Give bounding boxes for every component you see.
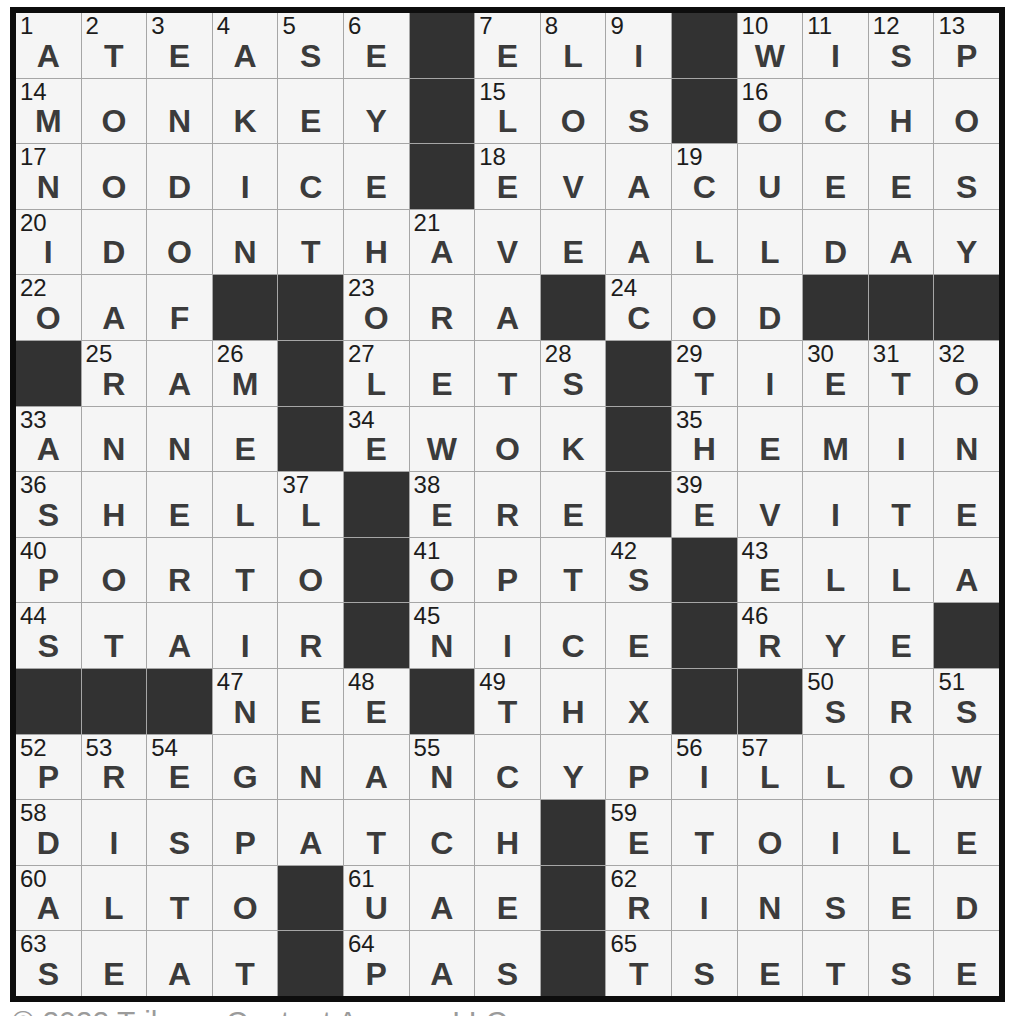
grid-cell[interactable]: 1A: [16, 13, 81, 78]
grid-cell[interactable]: O: [82, 79, 147, 144]
grid-cell[interactable]: S: [672, 931, 737, 996]
cell-number: 57: [742, 736, 769, 760]
cell-number: 25: [86, 342, 113, 366]
grid-cell[interactable]: 38E: [410, 472, 475, 537]
cell-letter: E: [344, 433, 409, 465]
grid-cell[interactable]: 63S: [16, 931, 81, 996]
grid-cell[interactable]: O: [869, 735, 934, 800]
grid-cell[interactable]: E: [82, 931, 147, 996]
grid-cell[interactable]: Y: [803, 603, 868, 668]
cell-letter: E: [606, 827, 671, 859]
grid-cell[interactable]: 29T: [672, 341, 737, 406]
cell-letter: D: [82, 236, 147, 268]
cell-letter: L: [738, 236, 803, 268]
cell-letter: H: [672, 433, 737, 465]
cell-letter: C: [278, 171, 343, 203]
grid-cell[interactable]: 30E: [803, 341, 868, 406]
grid-cell[interactable]: O: [738, 800, 803, 865]
grid-cell[interactable]: E: [869, 866, 934, 931]
grid-cell[interactable]: S: [803, 866, 868, 931]
cell-letter: O: [738, 827, 803, 859]
grid-cell[interactable]: D: [934, 866, 999, 931]
grid-cell[interactable]: E: [738, 931, 803, 996]
grid-cell[interactable]: 31T: [869, 341, 934, 406]
grid-cell[interactable]: 43E: [738, 538, 803, 603]
cell-letter: P: [213, 827, 278, 859]
cell-number: 23: [348, 276, 375, 300]
block-cell: [16, 669, 81, 734]
grid-cell[interactable]: O: [213, 866, 278, 931]
grid-cell[interactable]: D: [803, 210, 868, 275]
grid-cell[interactable]: E: [803, 144, 868, 209]
cell-letter: E: [213, 433, 278, 465]
grid-cell[interactable]: O: [82, 144, 147, 209]
grid-cell[interactable]: 35H: [672, 407, 737, 472]
grid-cell[interactable]: E: [541, 210, 606, 275]
grid-cell[interactable]: E: [278, 669, 343, 734]
grid-cell[interactable]: 13P: [934, 13, 999, 78]
cell-letter: O: [869, 761, 934, 793]
grid-cell[interactable]: A: [606, 210, 671, 275]
grid-cell[interactable]: H: [541, 669, 606, 734]
cell-letter: O: [934, 368, 999, 400]
block-cell: [344, 538, 409, 603]
grid-cell[interactable]: W: [934, 735, 999, 800]
cell-number: 54: [151, 736, 178, 760]
grid-cell[interactable]: N: [82, 407, 147, 472]
cell-letter: K: [213, 105, 278, 137]
cell-letter: K: [541, 433, 606, 465]
grid-cell[interactable]: R: [410, 275, 475, 340]
grid-cell[interactable]: O: [541, 79, 606, 144]
grid-cell[interactable]: N: [147, 79, 212, 144]
cell-letter: E: [803, 368, 868, 400]
cell-letter: O: [147, 236, 212, 268]
cell-letter: P: [606, 761, 671, 793]
cell-number: 37: [282, 473, 309, 497]
cell-number: 12: [873, 14, 900, 38]
grid-cell[interactable]: A: [344, 735, 409, 800]
cell-number: 14: [20, 80, 47, 104]
grid-cell[interactable]: T: [213, 931, 278, 996]
grid-cell[interactable]: H: [82, 472, 147, 537]
grid-cell[interactable]: P: [606, 735, 671, 800]
cell-number: 65: [610, 932, 637, 956]
cell-letter: Y: [541, 761, 606, 793]
grid-cell[interactable]: E: [475, 866, 540, 931]
grid-cell[interactable]: A: [606, 144, 671, 209]
grid-cell[interactable]: 46R: [738, 603, 803, 668]
grid-cell[interactable]: O: [82, 538, 147, 603]
cell-letter: T: [82, 40, 147, 72]
grid-cell[interactable]: L: [803, 538, 868, 603]
grid-cell[interactable]: A: [147, 603, 212, 668]
cell-letter: E: [738, 564, 803, 596]
grid-cell[interactable]: E: [147, 472, 212, 537]
grid-cell[interactable]: 40P: [16, 538, 81, 603]
cell-letter: A: [410, 892, 475, 924]
grid-cell[interactable]: E: [934, 931, 999, 996]
grid-cell[interactable]: 7E: [475, 13, 540, 78]
grid-cell[interactable]: A: [278, 800, 343, 865]
grid-cell[interactable]: 9I: [606, 13, 671, 78]
grid-cell[interactable]: 39E: [672, 472, 737, 537]
grid-cell[interactable]: T: [278, 210, 343, 275]
cell-letter: R: [82, 368, 147, 400]
grid-cell[interactable]: 20I: [16, 210, 81, 275]
grid-cell[interactable]: S: [934, 144, 999, 209]
cell-number: 10: [742, 14, 769, 38]
grid-cell[interactable]: L: [213, 472, 278, 537]
grid-cell[interactable]: I: [672, 866, 737, 931]
cell-letter: S: [606, 564, 671, 596]
grid-cell[interactable]: A: [410, 931, 475, 996]
block-cell: [82, 669, 147, 734]
grid-cell[interactable]: 8L: [541, 13, 606, 78]
grid-cell[interactable]: E: [606, 603, 671, 668]
cell-number: 27: [348, 342, 375, 366]
cell-letter: E: [803, 171, 868, 203]
grid-cell[interactable]: H: [475, 800, 540, 865]
grid-cell[interactable]: 10W: [738, 13, 803, 78]
grid-cell[interactable]: O: [147, 210, 212, 275]
grid-cell[interactable]: E: [213, 407, 278, 472]
grid-cell[interactable]: I: [475, 603, 540, 668]
grid-cell[interactable]: Y: [344, 79, 409, 144]
grid-cell[interactable]: 18E: [475, 144, 540, 209]
grid-cell[interactable]: 14M: [16, 79, 81, 144]
cell-letter: A: [82, 302, 147, 334]
cell-letter: U: [344, 892, 409, 924]
grid-cell[interactable]: G: [213, 735, 278, 800]
grid-cell[interactable]: 55N: [410, 735, 475, 800]
grid-cell[interactable]: T: [475, 341, 540, 406]
grid-cell[interactable]: T: [213, 538, 278, 603]
cell-number: 42: [610, 539, 637, 563]
cell-number: 34: [348, 408, 375, 432]
grid-cell[interactable]: U: [738, 144, 803, 209]
grid-cell[interactable]: W: [410, 407, 475, 472]
grid-cell[interactable]: 24C: [606, 275, 671, 340]
grid-cell[interactable]: 11I: [803, 13, 868, 78]
block-cell: [606, 472, 671, 537]
grid-cell[interactable]: O: [934, 79, 999, 144]
grid-cell[interactable]: H: [869, 79, 934, 144]
cell-letter: E: [934, 827, 999, 859]
grid-cell[interactable]: N: [278, 735, 343, 800]
grid-cell[interactable]: L: [672, 210, 737, 275]
grid-cell[interactable]: 34E: [344, 407, 409, 472]
grid-cell[interactable]: 22O: [16, 275, 81, 340]
grid-cell[interactable]: N: [738, 866, 803, 931]
cell-number: 47: [217, 670, 244, 694]
grid-cell[interactable]: V: [475, 210, 540, 275]
cell-letter: T: [344, 827, 409, 859]
grid-cell[interactable]: K: [213, 79, 278, 144]
grid-cell[interactable]: E: [541, 472, 606, 537]
grid-cell[interactable]: H: [344, 210, 409, 275]
grid-cell[interactable]: E: [869, 144, 934, 209]
grid-cell[interactable]: 17N: [16, 144, 81, 209]
grid-cell[interactable]: D: [147, 144, 212, 209]
grid-cell[interactable]: C: [278, 144, 343, 209]
grid-cell[interactable]: 51S: [934, 669, 999, 734]
grid-cell[interactable]: 26M: [213, 341, 278, 406]
grid-cell[interactable]: 48E: [344, 669, 409, 734]
cell-number: 38: [414, 473, 441, 497]
cell-letter: L: [541, 40, 606, 72]
cell-letter: O: [672, 302, 737, 334]
block-cell: [541, 275, 606, 340]
grid-cell[interactable]: Y: [541, 735, 606, 800]
grid-cell[interactable]: P: [475, 538, 540, 603]
grid-cell[interactable]: R: [475, 472, 540, 537]
grid-cell[interactable]: 62R: [606, 866, 671, 931]
grid-cell[interactable]: T: [803, 931, 868, 996]
cell-letter: L: [869, 564, 934, 596]
cell-letter: E: [278, 105, 343, 137]
cell-letter: C: [606, 302, 671, 334]
cell-letter: N: [16, 171, 81, 203]
grid-cell[interactable]: L: [869, 800, 934, 865]
cell-number: 58: [20, 801, 47, 825]
grid-cell[interactable]: 21A: [410, 210, 475, 275]
grid-cell[interactable]: 4A: [213, 13, 278, 78]
cell-number: 61: [348, 867, 375, 891]
grid-cell[interactable]: I: [869, 407, 934, 472]
grid-cell[interactable]: 47N: [213, 669, 278, 734]
cell-letter: T: [672, 827, 737, 859]
cell-letter: T: [147, 892, 212, 924]
cell-number: 7: [479, 14, 492, 38]
grid-cell[interactable]: S: [869, 931, 934, 996]
grid-cell[interactable]: A: [147, 341, 212, 406]
grid-cell[interactable]: X: [606, 669, 671, 734]
cell-number: 22: [20, 276, 47, 300]
grid-cell[interactable]: E: [344, 144, 409, 209]
grid-cell[interactable]: 52P: [16, 735, 81, 800]
cell-letter: L: [475, 105, 540, 137]
grid-cell[interactable]: I: [213, 144, 278, 209]
grid-cell[interactable]: L: [869, 538, 934, 603]
grid-cell[interactable]: R: [869, 669, 934, 734]
grid-cell[interactable]: Y: [934, 210, 999, 275]
cell-number: 30: [807, 342, 834, 366]
grid-cell[interactable]: D: [738, 275, 803, 340]
grid-cell[interactable]: 56I: [672, 735, 737, 800]
grid-cell[interactable]: 33A: [16, 407, 81, 472]
grid-cell[interactable]: 3E: [147, 13, 212, 78]
cell-letter: I: [475, 630, 540, 662]
grid-cell[interactable]: R: [278, 603, 343, 668]
grid-cell[interactable]: O: [278, 538, 343, 603]
grid-cell[interactable]: N: [213, 210, 278, 275]
cell-letter: A: [147, 630, 212, 662]
grid-cell[interactable]: S: [475, 931, 540, 996]
grid-cell[interactable]: T: [147, 866, 212, 931]
cell-letter: A: [606, 171, 671, 203]
grid-cell[interactable]: R: [147, 538, 212, 603]
grid-cell[interactable]: E: [934, 800, 999, 865]
cell-letter: S: [16, 958, 81, 990]
cell-letter: S: [475, 958, 540, 990]
grid-cell[interactable]: I: [213, 603, 278, 668]
grid-cell[interactable]: 16O: [738, 79, 803, 144]
grid-cell[interactable]: 12S: [869, 13, 934, 78]
grid-cell[interactable]: C: [803, 79, 868, 144]
cell-letter: E: [541, 499, 606, 531]
block-cell: [344, 603, 409, 668]
grid-cell[interactable]: 45N: [410, 603, 475, 668]
grid-cell[interactable]: 64P: [344, 931, 409, 996]
grid-cell[interactable]: 32O: [934, 341, 999, 406]
grid-cell[interactable]: A: [82, 275, 147, 340]
grid-cell[interactable]: T: [672, 800, 737, 865]
cell-letter: O: [278, 564, 343, 596]
cell-letter: D: [147, 171, 212, 203]
grid-cell[interactable]: L: [803, 735, 868, 800]
grid-cell[interactable]: A: [475, 275, 540, 340]
cell-letter: E: [934, 499, 999, 531]
grid-cell[interactable]: T: [82, 603, 147, 668]
grid-cell[interactable]: C: [541, 603, 606, 668]
grid-cell[interactable]: A: [147, 931, 212, 996]
block-cell: [672, 669, 737, 734]
cell-letter: N: [213, 696, 278, 728]
cell-number: 20: [20, 211, 47, 235]
grid-cell[interactable]: 15L: [475, 79, 540, 144]
grid-cell[interactable]: E: [869, 603, 934, 668]
cell-letter: E: [672, 499, 737, 531]
grid-cell[interactable]: 6E: [344, 13, 409, 78]
grid-cell[interactable]: 54E: [147, 735, 212, 800]
cell-letter: W: [934, 761, 999, 793]
grid-cell[interactable]: 61U: [344, 866, 409, 931]
cell-number: 16: [742, 80, 769, 104]
grid-cell[interactable]: I: [803, 472, 868, 537]
grid-cell[interactable]: C: [475, 735, 540, 800]
grid-cell[interactable]: 41O: [410, 538, 475, 603]
cell-letter: E: [475, 892, 540, 924]
cell-letter: S: [934, 696, 999, 728]
grid-cell[interactable]: E: [410, 341, 475, 406]
grid-cell[interactable]: V: [738, 472, 803, 537]
cell-letter: S: [147, 827, 212, 859]
cell-letter: C: [475, 761, 540, 793]
grid-cell[interactable]: 58D: [16, 800, 81, 865]
grid-cell[interactable]: 42S: [606, 538, 671, 603]
grid-cell[interactable]: 36S: [16, 472, 81, 537]
cell-letter: A: [147, 368, 212, 400]
cell-number: 43: [742, 539, 769, 563]
cell-letter: R: [475, 499, 540, 531]
grid-cell[interactable]: 2T: [82, 13, 147, 78]
grid-cell[interactable]: 50S: [803, 669, 868, 734]
grid-cell[interactable]: N: [934, 407, 999, 472]
grid-cell[interactable]: 49T: [475, 669, 540, 734]
cell-number: 64: [348, 932, 375, 956]
grid-cell[interactable]: E: [278, 79, 343, 144]
block-cell: [213, 275, 278, 340]
cell-letter: O: [934, 105, 999, 137]
cell-letter: S: [16, 630, 81, 662]
cell-number: 51: [938, 670, 965, 694]
block-cell: [803, 275, 868, 340]
grid-cell[interactable]: O: [475, 407, 540, 472]
cell-letter: M: [803, 433, 868, 465]
grid-cell[interactable]: 59E: [606, 800, 671, 865]
cell-letter: I: [738, 368, 803, 400]
grid-cell[interactable]: I: [82, 800, 147, 865]
cell-letter: E: [738, 433, 803, 465]
grid-cell[interactable]: 5S: [278, 13, 343, 78]
cell-letter: S: [278, 40, 343, 72]
grid-cell[interactable]: 28S: [541, 341, 606, 406]
grid-cell[interactable]: O: [672, 275, 737, 340]
grid-cell[interactable]: 23O: [344, 275, 409, 340]
grid-cell[interactable]: 27L: [344, 341, 409, 406]
grid-cell[interactable]: F: [147, 275, 212, 340]
grid-cell[interactable]: N: [147, 407, 212, 472]
cell-letter: A: [869, 236, 934, 268]
block-cell: [16, 341, 81, 406]
grid-cell[interactable]: T: [541, 538, 606, 603]
grid-cell[interactable]: 60A: [16, 866, 81, 931]
block-cell: [934, 275, 999, 340]
cell-letter: T: [672, 368, 737, 400]
grid-cell[interactable]: A: [869, 210, 934, 275]
cell-letter: E: [606, 630, 671, 662]
grid-cell[interactable]: M: [803, 407, 868, 472]
cell-letter: I: [82, 827, 147, 859]
grid-cell[interactable]: 19C: [672, 144, 737, 209]
cell-letter: E: [738, 958, 803, 990]
grid-cell[interactable]: 37L: [278, 472, 343, 537]
cell-letter: O: [475, 433, 540, 465]
grid-cell[interactable]: S: [147, 800, 212, 865]
grid-cell[interactable]: E: [738, 407, 803, 472]
grid-cell[interactable]: A: [410, 866, 475, 931]
grid-cell[interactable]: C: [410, 800, 475, 865]
grid-cell[interactable]: I: [803, 800, 868, 865]
block-cell: [410, 144, 475, 209]
grid-cell[interactable]: 44S: [16, 603, 81, 668]
grid-cell[interactable]: 53R: [82, 735, 147, 800]
grid-cell[interactable]: L: [82, 866, 147, 931]
block-cell: [278, 407, 343, 472]
cell-letter: I: [16, 236, 81, 268]
grid-cell[interactable]: P: [213, 800, 278, 865]
grid-cell[interactable]: T: [869, 472, 934, 537]
cell-number: 17: [20, 145, 47, 169]
grid-cell[interactable]: D: [82, 210, 147, 275]
grid-cell[interactable]: 57L: [738, 735, 803, 800]
cell-letter: H: [344, 236, 409, 268]
grid-cell[interactable]: S: [606, 79, 671, 144]
grid-cell[interactable]: V: [541, 144, 606, 209]
cell-letter: O: [738, 105, 803, 137]
grid-cell[interactable]: 25R: [82, 341, 147, 406]
cell-letter: A: [606, 236, 671, 268]
grid-cell[interactable]: 65T: [606, 931, 671, 996]
grid-cell[interactable]: E: [934, 472, 999, 537]
grid-cell[interactable]: I: [738, 341, 803, 406]
grid-cell[interactable]: L: [738, 210, 803, 275]
cell-letter: E: [475, 40, 540, 72]
grid-cell[interactable]: A: [934, 538, 999, 603]
grid-cell[interactable]: T: [344, 800, 409, 865]
grid-cell[interactable]: K: [541, 407, 606, 472]
